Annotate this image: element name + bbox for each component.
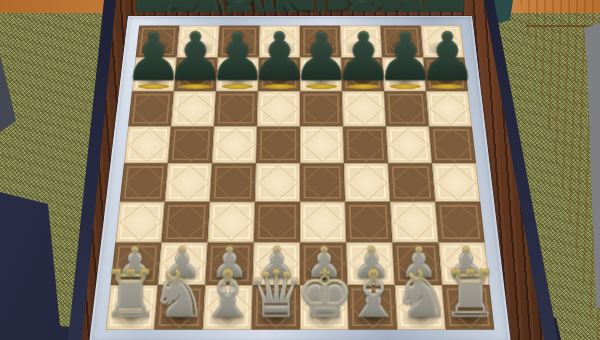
- square-b4[interactable]: [165, 163, 212, 202]
- square-c1[interactable]: ♝: [203, 285, 253, 330]
- square-f1[interactable]: ♝: [347, 285, 397, 330]
- square-d6[interactable]: [257, 91, 300, 126]
- square-e5[interactable]: [300, 126, 344, 163]
- game-scene: ♜♞♝♛♚♝♞♜♟♟♟♟♟♟♟♟♟♟♟♟♟♟♟♟♜♞♝♛♚♝♞♜: [0, 0, 600, 340]
- square-e6[interactable]: [300, 91, 343, 126]
- square-c5[interactable]: [212, 126, 257, 163]
- square-a5[interactable]: [124, 126, 171, 163]
- square-d4[interactable]: [255, 163, 300, 202]
- square-f6[interactable]: [342, 91, 386, 126]
- square-c6[interactable]: [214, 91, 258, 126]
- square-a6[interactable]: [128, 91, 174, 126]
- chessboard: ♜♞♝♛♚♝♞♜♟♟♟♟♟♟♟♟♟♟♟♟♟♟♟♟♜♞♝♛♚♝♞♜: [106, 25, 495, 329]
- square-h6[interactable]: [426, 91, 472, 126]
- square-e1[interactable]: ♚: [300, 285, 349, 330]
- white-rook[interactable]: ♜: [441, 263, 500, 328]
- square-g5[interactable]: [386, 126, 432, 163]
- square-h1[interactable]: ♜: [442, 285, 494, 330]
- square-b6[interactable]: [171, 91, 216, 126]
- square-a4[interactable]: [120, 163, 168, 202]
- square-g4[interactable]: [388, 163, 435, 202]
- square-h5[interactable]: [429, 126, 476, 163]
- square-b5[interactable]: [168, 126, 214, 163]
- chessboard-border: ♜♞♝♛♚♝♞♜♟♟♟♟♟♟♟♟♟♟♟♟♟♟♟♟♜♞♝♛♚♝♞♜: [89, 16, 511, 340]
- square-h4[interactable]: [432, 163, 480, 202]
- square-g6[interactable]: [384, 91, 429, 126]
- square-c4[interactable]: [210, 163, 256, 202]
- black-pawn[interactable]: ♟: [417, 23, 477, 90]
- square-h7[interactable]: ♟: [423, 58, 468, 92]
- square-f5[interactable]: [343, 126, 388, 163]
- square-e4[interactable]: [300, 163, 345, 202]
- square-f4[interactable]: [344, 163, 390, 202]
- square-d5[interactable]: [256, 126, 300, 163]
- square-d1[interactable]: ♛: [251, 285, 300, 330]
- square-g1[interactable]: ♞: [395, 285, 446, 330]
